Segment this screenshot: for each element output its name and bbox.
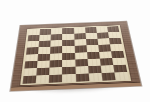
square-e1 [75, 73, 89, 81]
square-a1 [23, 75, 37, 83]
square-c1 [49, 74, 62, 82]
product-photo-scene [0, 0, 150, 102]
chess-board [11, 21, 142, 91]
square-h1 [114, 72, 128, 80]
square-g1 [101, 72, 115, 80]
board-frame-trim [20, 25, 131, 85]
square-d1 [62, 74, 75, 82]
square-f1 [88, 73, 102, 81]
square-b1 [36, 75, 50, 83]
board-grid [23, 26, 129, 84]
